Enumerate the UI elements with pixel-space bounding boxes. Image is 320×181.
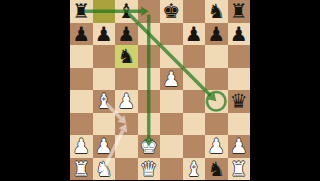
square-b3[interactable] — [93, 113, 116, 136]
piece-black-rook-h8[interactable]: ♜ — [230, 1, 248, 21]
square-h1[interactable]: ♜ — [228, 158, 251, 181]
square-g8[interactable]: ♞ — [205, 0, 228, 23]
square-g1[interactable]: ♞ — [205, 158, 228, 181]
piece-white-bishop-f1[interactable]: ♝ — [185, 159, 203, 179]
square-h4[interactable]: ♛ — [228, 90, 251, 113]
square-f6[interactable] — [183, 45, 206, 68]
piece-black-knight-g1[interactable]: ♞ — [207, 159, 225, 179]
square-g5[interactable] — [205, 68, 228, 91]
square-a4[interactable] — [70, 90, 93, 113]
square-c1[interactable] — [115, 158, 138, 181]
piece-white-rook-a1[interactable]: ♜ — [72, 159, 90, 179]
letterbox-left — [0, 0, 70, 180]
square-e2[interactable] — [160, 135, 183, 158]
piece-white-pawn-c4[interactable]: ♟ — [117, 91, 135, 111]
square-a3[interactable] — [70, 113, 93, 136]
chess-board[interactable]: ♜♝♚♞♜♟♟♟♟♟♟♞♟♝♟♛♟♟♚♟♟♜♞♛♝♞♜ — [70, 0, 250, 180]
piece-black-queen-h4[interactable]: ♛ — [230, 91, 248, 111]
square-h6[interactable] — [228, 45, 251, 68]
square-b2[interactable]: ♟ — [93, 135, 116, 158]
square-f8[interactable] — [183, 0, 206, 23]
piece-black-pawn-f7[interactable]: ♟ — [185, 24, 203, 44]
square-e7[interactable] — [160, 23, 183, 46]
square-d8[interactable] — [138, 0, 161, 23]
square-h3[interactable] — [228, 113, 251, 136]
piece-white-pawn-a2[interactable]: ♟ — [72, 136, 90, 156]
letterbox-right — [250, 0, 320, 180]
square-a5[interactable] — [70, 68, 93, 91]
square-c3[interactable] — [115, 113, 138, 136]
square-d7[interactable] — [138, 23, 161, 46]
square-f4[interactable] — [183, 90, 206, 113]
piece-black-pawn-a7[interactable]: ♟ — [72, 24, 90, 44]
square-b7[interactable]: ♟ — [93, 23, 116, 46]
square-b1[interactable]: ♞ — [93, 158, 116, 181]
square-d2[interactable]: ♚ — [138, 135, 161, 158]
chess-app-screenshot: ♜♝♚♞♜♟♟♟♟♟♟♞♟♝♟♛♟♟♚♟♟♜♞♛♝♞♜ — [0, 0, 320, 180]
square-f5[interactable] — [183, 68, 206, 91]
piece-white-bishop-b4[interactable]: ♝ — [95, 91, 113, 111]
square-e8[interactable]: ♚ — [160, 0, 183, 23]
square-c6[interactable]: ♞ — [115, 45, 138, 68]
square-a8[interactable]: ♜ — [70, 0, 93, 23]
square-d6[interactable] — [138, 45, 161, 68]
piece-black-knight-g8[interactable]: ♞ — [207, 1, 225, 21]
piece-white-pawn-b2[interactable]: ♟ — [95, 136, 113, 156]
piece-black-pawn-c7[interactable]: ♟ — [117, 24, 135, 44]
square-g4[interactable] — [205, 90, 228, 113]
piece-white-pawn-g2[interactable]: ♟ — [207, 136, 225, 156]
square-f7[interactable]: ♟ — [183, 23, 206, 46]
piece-black-bishop-c8[interactable]: ♝ — [117, 1, 135, 21]
piece-black-pawn-g7[interactable]: ♟ — [207, 24, 225, 44]
square-c2[interactable] — [115, 135, 138, 158]
square-e1[interactable] — [160, 158, 183, 181]
piece-white-queen-d1[interactable]: ♛ — [140, 159, 158, 179]
square-c7[interactable]: ♟ — [115, 23, 138, 46]
piece-black-pawn-b7[interactable]: ♟ — [95, 24, 113, 44]
square-c8[interactable]: ♝ — [115, 0, 138, 23]
square-a7[interactable]: ♟ — [70, 23, 93, 46]
square-a6[interactable] — [70, 45, 93, 68]
square-d5[interactable] — [138, 68, 161, 91]
square-e6[interactable] — [160, 45, 183, 68]
piece-white-knight-b1[interactable]: ♞ — [95, 159, 113, 179]
piece-white-king-d2[interactable]: ♚ — [140, 136, 158, 156]
square-a1[interactable]: ♜ — [70, 158, 93, 181]
piece-black-knight-c6[interactable]: ♞ — [117, 46, 135, 66]
square-g6[interactable] — [205, 45, 228, 68]
square-d4[interactable] — [138, 90, 161, 113]
square-h2[interactable]: ♟ — [228, 135, 251, 158]
piece-white-rook-h1[interactable]: ♜ — [230, 159, 248, 179]
piece-white-pawn-h2[interactable]: ♟ — [230, 136, 248, 156]
square-g3[interactable] — [205, 113, 228, 136]
square-f2[interactable] — [183, 135, 206, 158]
square-f1[interactable]: ♝ — [183, 158, 206, 181]
square-h7[interactable]: ♟ — [228, 23, 251, 46]
square-e5[interactable]: ♟ — [160, 68, 183, 91]
square-b5[interactable] — [93, 68, 116, 91]
piece-white-pawn-e5[interactable]: ♟ — [162, 69, 180, 89]
square-e3[interactable] — [160, 113, 183, 136]
piece-black-pawn-h7[interactable]: ♟ — [230, 24, 248, 44]
square-h8[interactable]: ♜ — [228, 0, 251, 23]
square-f3[interactable] — [183, 113, 206, 136]
piece-black-king-e8[interactable]: ♚ — [162, 1, 180, 21]
square-b6[interactable] — [93, 45, 116, 68]
square-b4[interactable]: ♝ — [93, 90, 116, 113]
piece-black-rook-a8[interactable]: ♜ — [72, 1, 90, 21]
square-d3[interactable] — [138, 113, 161, 136]
square-a2[interactable]: ♟ — [70, 135, 93, 158]
square-c4[interactable]: ♟ — [115, 90, 138, 113]
square-c5[interactable] — [115, 68, 138, 91]
square-g7[interactable]: ♟ — [205, 23, 228, 46]
square-h5[interactable] — [228, 68, 251, 91]
square-b8[interactable] — [93, 0, 116, 23]
square-d1[interactable]: ♛ — [138, 158, 161, 181]
square-g2[interactable]: ♟ — [205, 135, 228, 158]
square-e4[interactable] — [160, 90, 183, 113]
